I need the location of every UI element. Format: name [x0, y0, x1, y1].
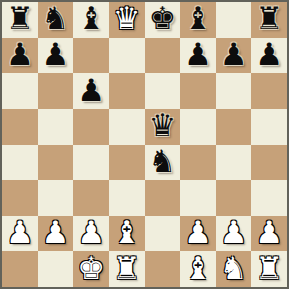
square-g5[interactable] — [216, 109, 252, 145]
square-e5[interactable]: ♛ — [145, 109, 181, 145]
piece-white-pawn[interactable]: ♟ — [77, 217, 105, 248]
square-d2[interactable]: ♝ — [109, 216, 145, 252]
square-b4[interactable] — [38, 145, 74, 181]
square-f1[interactable]: ♝ — [180, 251, 216, 287]
square-g2[interactable]: ♟ — [216, 216, 252, 252]
chess-board: ♜♞♝♛♚♝♜♟♟♟♟♟♟♛♞♟♟♟♝♟♟♟♚♜♝♞♜ — [0, 0, 289, 289]
square-a2[interactable]: ♟ — [2, 216, 38, 252]
square-h7[interactable]: ♟ — [251, 38, 287, 74]
square-g8[interactable] — [216, 2, 252, 38]
square-h2[interactable]: ♟ — [251, 216, 287, 252]
piece-black-rook[interactable]: ♜ — [255, 3, 283, 34]
square-c3[interactable] — [73, 180, 109, 216]
square-h4[interactable] — [251, 145, 287, 181]
square-h1[interactable]: ♜ — [251, 251, 287, 287]
piece-black-bishop[interactable]: ♝ — [77, 3, 105, 34]
square-f7[interactable]: ♟ — [180, 38, 216, 74]
square-f8[interactable]: ♝ — [180, 2, 216, 38]
piece-black-queen[interactable]: ♛ — [148, 110, 176, 141]
square-c2[interactable]: ♟ — [73, 216, 109, 252]
piece-black-knight[interactable]: ♞ — [148, 146, 176, 177]
square-c8[interactable]: ♝ — [73, 2, 109, 38]
square-a7[interactable]: ♟ — [2, 38, 38, 74]
square-f3[interactable] — [180, 180, 216, 216]
square-e1[interactable] — [145, 251, 181, 287]
piece-white-pawn[interactable]: ♟ — [6, 217, 34, 248]
square-a6[interactable] — [2, 73, 38, 109]
square-c7[interactable] — [73, 38, 109, 74]
square-a4[interactable] — [2, 145, 38, 181]
square-e4[interactable]: ♞ — [145, 145, 181, 181]
piece-black-pawn[interactable]: ♟ — [42, 39, 70, 70]
square-e3[interactable] — [145, 180, 181, 216]
square-a8[interactable]: ♜ — [2, 2, 38, 38]
square-h8[interactable]: ♜ — [251, 2, 287, 38]
piece-white-pawn[interactable]: ♟ — [42, 217, 70, 248]
square-d3[interactable] — [109, 180, 145, 216]
square-g7[interactable]: ♟ — [216, 38, 252, 74]
square-d4[interactable] — [109, 145, 145, 181]
piece-black-pawn[interactable]: ♟ — [6, 39, 34, 70]
square-g4[interactable] — [216, 145, 252, 181]
square-a1[interactable] — [2, 251, 38, 287]
piece-black-king[interactable]: ♚ — [148, 3, 176, 34]
square-a5[interactable] — [2, 109, 38, 145]
square-c4[interactable] — [73, 145, 109, 181]
square-e8[interactable]: ♚ — [145, 2, 181, 38]
square-g1[interactable]: ♞ — [216, 251, 252, 287]
piece-white-pawn[interactable]: ♟ — [255, 217, 283, 248]
piece-black-knight[interactable]: ♞ — [42, 3, 70, 34]
square-d8[interactable]: ♛ — [109, 2, 145, 38]
square-f2[interactable]: ♟ — [180, 216, 216, 252]
square-c6[interactable]: ♟ — [73, 73, 109, 109]
square-f5[interactable] — [180, 109, 216, 145]
piece-white-bishop[interactable]: ♝ — [184, 253, 212, 284]
piece-black-pawn[interactable]: ♟ — [255, 39, 283, 70]
piece-white-queen[interactable]: ♛ — [113, 3, 141, 34]
square-e2[interactable] — [145, 216, 181, 252]
square-a3[interactable] — [2, 180, 38, 216]
square-b2[interactable]: ♟ — [38, 216, 74, 252]
square-e6[interactable] — [145, 73, 181, 109]
square-g6[interactable] — [216, 73, 252, 109]
piece-white-pawn[interactable]: ♟ — [184, 217, 212, 248]
square-e7[interactable] — [145, 38, 181, 74]
square-g3[interactable] — [216, 180, 252, 216]
square-d1[interactable]: ♜ — [109, 251, 145, 287]
square-f6[interactable] — [180, 73, 216, 109]
square-c5[interactable] — [73, 109, 109, 145]
square-d7[interactable] — [109, 38, 145, 74]
piece-white-king[interactable]: ♚ — [77, 253, 105, 284]
square-b8[interactable]: ♞ — [38, 2, 74, 38]
piece-white-pawn[interactable]: ♟ — [220, 217, 248, 248]
square-b7[interactable]: ♟ — [38, 38, 74, 74]
square-b1[interactable] — [38, 251, 74, 287]
piece-white-rook[interactable]: ♜ — [255, 253, 283, 284]
piece-black-rook[interactable]: ♜ — [6, 3, 34, 34]
square-c1[interactable]: ♚ — [73, 251, 109, 287]
square-b6[interactable] — [38, 73, 74, 109]
piece-black-pawn[interactable]: ♟ — [220, 39, 248, 70]
square-d6[interactable] — [109, 73, 145, 109]
square-h3[interactable] — [251, 180, 287, 216]
square-d5[interactable] — [109, 109, 145, 145]
piece-black-bishop[interactable]: ♝ — [184, 3, 212, 34]
square-f4[interactable] — [180, 145, 216, 181]
piece-white-knight[interactable]: ♞ — [220, 253, 248, 284]
square-h6[interactable] — [251, 73, 287, 109]
piece-black-pawn[interactable]: ♟ — [77, 75, 105, 106]
piece-black-pawn[interactable]: ♟ — [184, 39, 212, 70]
piece-white-rook[interactable]: ♜ — [113, 253, 141, 284]
square-h5[interactable] — [251, 109, 287, 145]
square-b3[interactable] — [38, 180, 74, 216]
square-b5[interactable] — [38, 109, 74, 145]
piece-white-bishop[interactable]: ♝ — [113, 217, 141, 248]
